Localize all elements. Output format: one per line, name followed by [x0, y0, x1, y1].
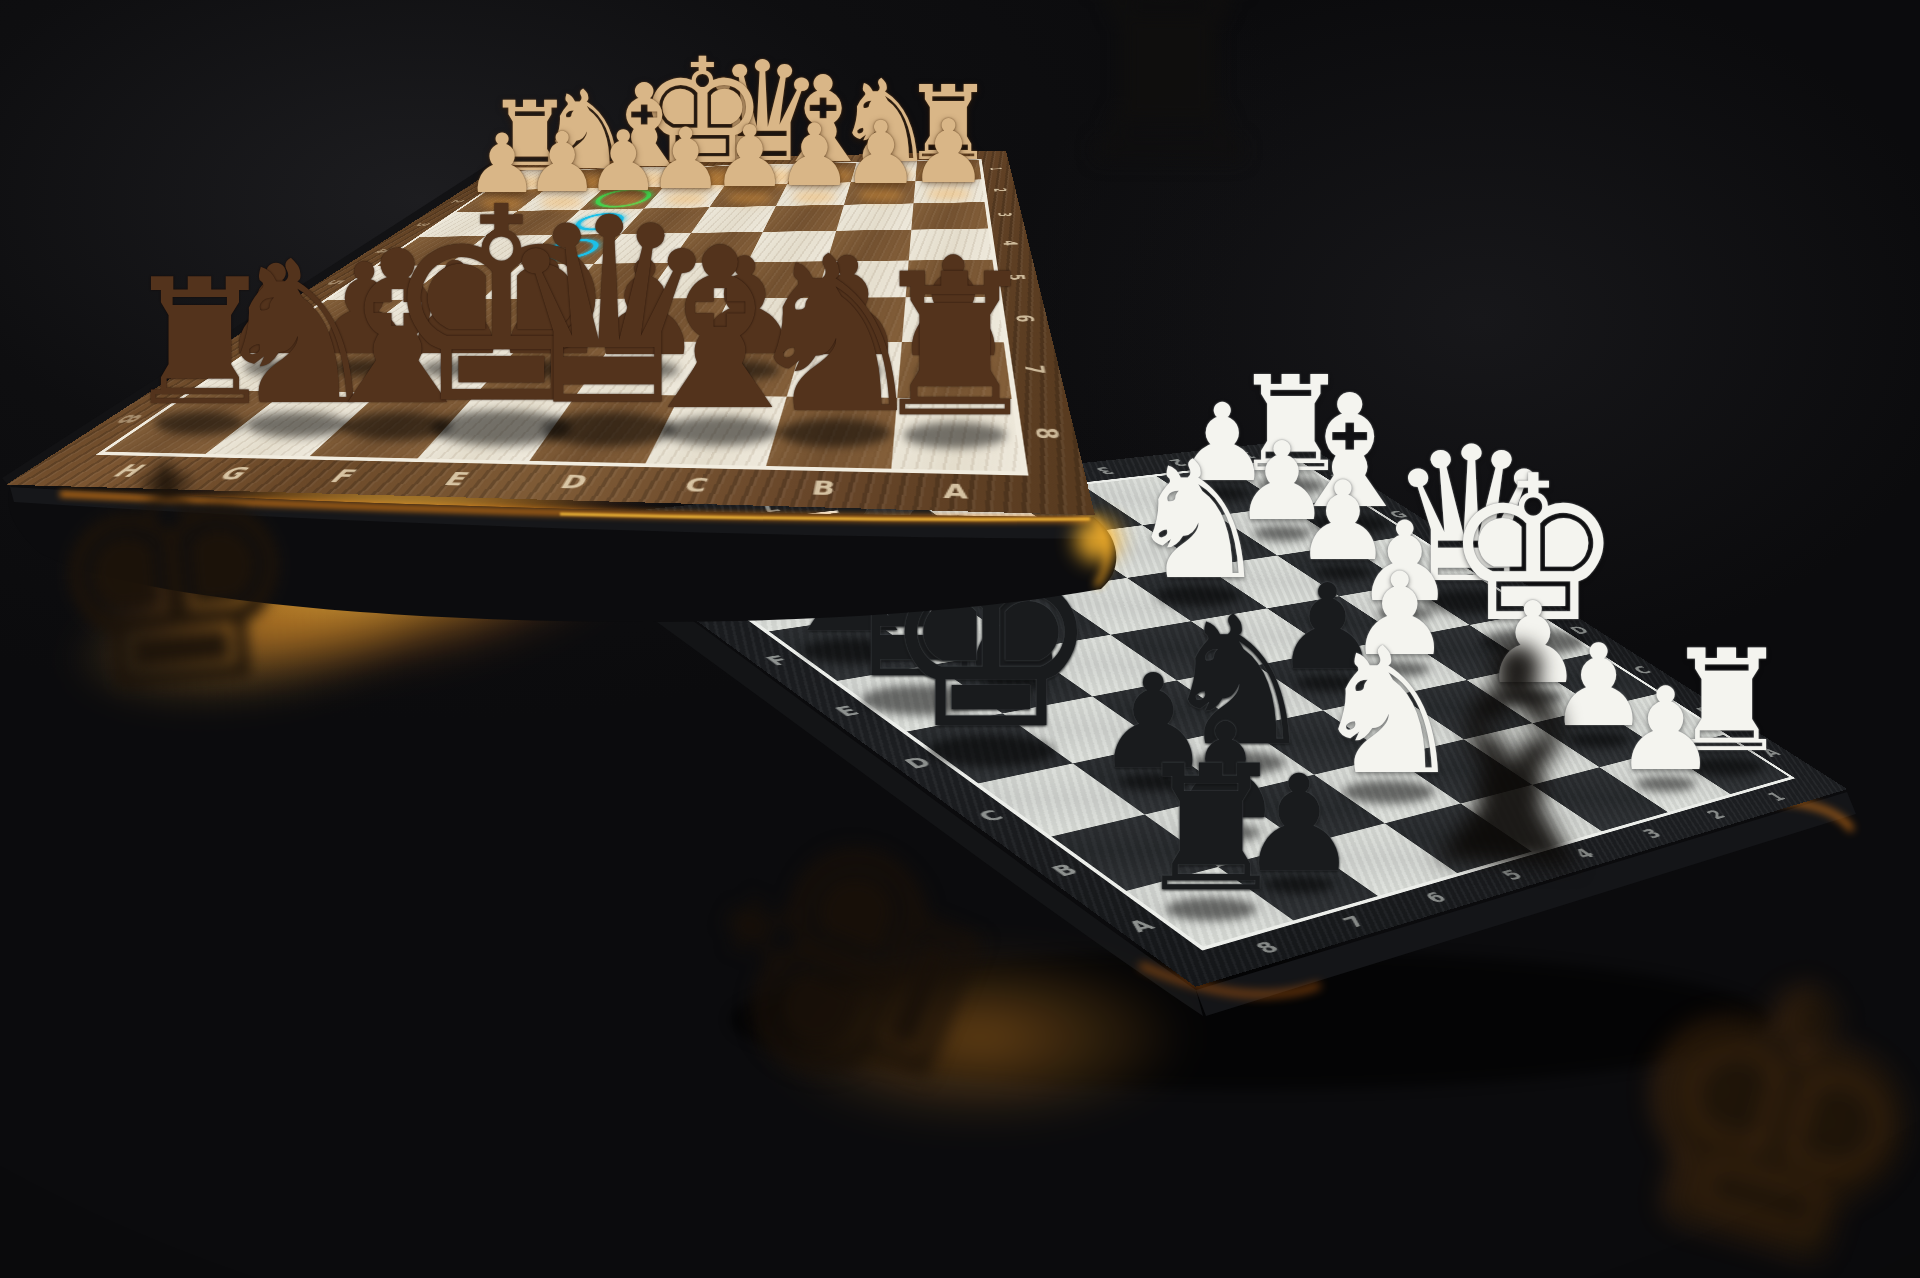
blurred-piece-top-right: ♜ — [1052, 0, 1285, 200]
file-label-near-A: A — [943, 479, 970, 504]
piece-white-pawn-a2[interactable]: ♟ — [1614, 673, 1717, 788]
piece-black-rook-a8[interactable]: ♜ — [867, 248, 1043, 444]
piece-white-pawn-a2[interactable]: ♟ — [909, 109, 988, 197]
piece-black-rook-a8[interactable]: ♜ — [1133, 743, 1288, 916]
blurred-piece-corner: ♚ — [1589, 915, 1920, 1278]
file-label-near-B: B — [809, 476, 838, 501]
piece-white-pawn-b2[interactable]: ♟ — [842, 111, 920, 198]
rank-label-right-2: 2 — [990, 188, 1010, 192]
rank-label-right-3: 3 — [994, 212, 1016, 217]
scene: HHGGFFEEDDCCBBAA1122334455667788 HGFEDCB… — [0, 0, 1920, 1278]
piece-black-king-d8[interactable]: ♚ — [880, 516, 1101, 762]
